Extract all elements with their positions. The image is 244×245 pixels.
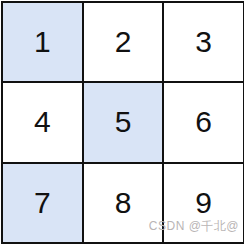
cell-r3c1: 7: [3, 164, 82, 242]
cell-r2c3: 6: [164, 83, 243, 161]
cell-r3c3: 9: [164, 164, 243, 242]
cell-r1c3: 3: [164, 3, 243, 81]
cell-r1c1: 1: [3, 3, 82, 81]
cell-r3c2: 8: [84, 164, 163, 242]
grid-diagram: 1 2 3 4 5 6 7 8 9 CSDN @千北@: [0, 0, 244, 245]
cell-r2c2: 5: [84, 83, 163, 161]
cell-r2c1: 4: [3, 83, 82, 161]
cell-r1c2: 2: [84, 3, 163, 81]
board-3x3: 1 2 3 4 5 6 7 8 9: [1, 1, 244, 244]
